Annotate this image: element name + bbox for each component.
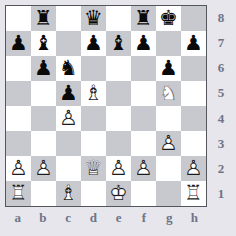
square-c6[interactable]: ♞ [56,56,81,81]
white-pawn: ♟♙ [181,156,206,181]
square-c5[interactable]: ♟ [56,81,81,106]
rank-label-7: 7 [209,30,233,55]
square-f4[interactable] [131,106,156,131]
white-rook: ♜♖ [6,181,31,206]
square-a2[interactable]: ♟♙ [6,156,31,181]
square-c2[interactable] [56,156,81,181]
white-pawn: ♟♙ [106,156,131,181]
square-c3[interactable] [56,131,81,156]
square-a8[interactable] [6,6,31,31]
black-pawn: ♟ [6,31,31,56]
square-c8[interactable] [56,6,81,31]
square-e7[interactable]: ♝ [106,31,131,56]
square-d3[interactable] [81,131,106,156]
white-pawn: ♟♙ [156,131,181,156]
black-pawn: ♟ [31,56,56,81]
square-g7[interactable] [156,31,181,56]
rank-label-5: 5 [209,81,233,106]
square-h1[interactable]: ♜♖ [181,181,206,206]
square-h2[interactable]: ♟♙ [181,156,206,181]
square-e4[interactable] [106,106,131,131]
file-label-a: a [5,210,30,232]
square-f1[interactable] [131,181,156,206]
white-pawn: ♟♙ [131,156,156,181]
black-bishop: ♝ [106,31,131,56]
square-g2[interactable] [156,156,181,181]
black-pawn: ♟ [81,31,106,56]
white-queen: ♛♕ [81,156,106,181]
square-h7[interactable]: ♟ [181,31,206,56]
square-b8[interactable]: ♜ [31,6,56,31]
square-d5[interactable]: ♝♗ [81,81,106,106]
black-pawn: ♟ [131,31,156,56]
square-b5[interactable] [31,81,56,106]
square-b2[interactable]: ♟♙ [31,156,56,181]
square-a3[interactable] [6,131,31,156]
square-f7[interactable]: ♟ [131,31,156,56]
square-d2[interactable]: ♛♕ [81,156,106,181]
square-f2[interactable]: ♟♙ [131,156,156,181]
square-b4[interactable] [31,106,56,131]
square-e5[interactable] [106,81,131,106]
square-a5[interactable] [6,81,31,106]
rank-labels: 87654321 [209,5,233,207]
rank-label-2: 2 [209,157,233,182]
square-f5[interactable] [131,81,156,106]
rank-label-4: 4 [209,106,233,131]
square-c1[interactable]: ♝♗ [56,181,81,206]
file-labels: abcdefgh [5,210,207,232]
square-a6[interactable] [6,56,31,81]
rank-label-6: 6 [209,56,233,81]
white-knight: ♞♘ [156,81,181,106]
square-h5[interactable] [181,81,206,106]
square-h8[interactable] [181,6,206,31]
square-g1[interactable] [156,181,181,206]
black-knight: ♞ [56,56,81,81]
rank-label-1: 1 [209,182,233,207]
rank-label-8: 8 [209,5,233,30]
black-bishop: ♝ [31,31,56,56]
file-label-d: d [81,210,106,232]
square-b7[interactable]: ♝ [31,31,56,56]
square-b6[interactable]: ♟ [31,56,56,81]
square-h6[interactable] [181,56,206,81]
white-bishop: ♝♗ [81,81,106,106]
file-label-g: g [157,210,182,232]
square-a7[interactable]: ♟ [6,31,31,56]
square-h3[interactable] [181,131,206,156]
square-d1[interactable] [81,181,106,206]
square-e2[interactable]: ♟♙ [106,156,131,181]
black-king: ♚ [156,6,181,31]
square-b3[interactable] [31,131,56,156]
square-c7[interactable] [56,31,81,56]
square-h4[interactable] [181,106,206,131]
square-a1[interactable]: ♜♖ [6,181,31,206]
square-g3[interactable]: ♟♙ [156,131,181,156]
black-rook: ♜ [31,6,56,31]
square-f6[interactable] [131,56,156,81]
square-f8[interactable]: ♜ [131,6,156,31]
file-label-h: h [182,210,207,232]
black-pawn: ♟ [156,56,181,81]
black-queen: ♛ [81,6,106,31]
square-b1[interactable] [31,181,56,206]
white-pawn: ♟♙ [31,156,56,181]
black-pawn: ♟ [56,81,81,106]
file-label-e: e [106,210,131,232]
square-d7[interactable]: ♟ [81,31,106,56]
file-label-f: f [131,210,156,232]
square-d4[interactable] [81,106,106,131]
square-d6[interactable] [81,56,106,81]
square-g6[interactable]: ♟ [156,56,181,81]
white-bishop: ♝♗ [56,181,81,206]
white-pawn: ♟♙ [6,156,31,181]
white-king: ♚♔ [106,181,131,206]
file-label-c: c [56,210,81,232]
square-g8[interactable]: ♚ [156,6,181,31]
square-g5[interactable]: ♞♘ [156,81,181,106]
square-c4[interactable]: ♟♙ [56,106,81,131]
square-d8[interactable]: ♛ [81,6,106,31]
file-label-b: b [30,210,55,232]
square-e8[interactable] [106,6,131,31]
black-rook: ♜ [131,6,156,31]
square-e1[interactable]: ♚♔ [106,181,131,206]
chess-board: ♜♛♜♚♟♝♟♝♟♟♟♞♟♟♝♗♞♘♟♙♟♙♟♙♟♙♛♕♟♙♟♙♟♙♜♖♝♗♚♔… [5,5,207,207]
white-pawn: ♟♙ [56,106,81,131]
square-g4[interactable] [156,106,181,131]
white-rook: ♜♖ [181,181,206,206]
black-pawn: ♟ [181,31,206,56]
square-f3[interactable] [131,131,156,156]
square-e6[interactable] [106,56,131,81]
rank-label-3: 3 [209,131,233,156]
square-a4[interactable] [6,106,31,131]
square-e3[interactable] [106,131,131,156]
